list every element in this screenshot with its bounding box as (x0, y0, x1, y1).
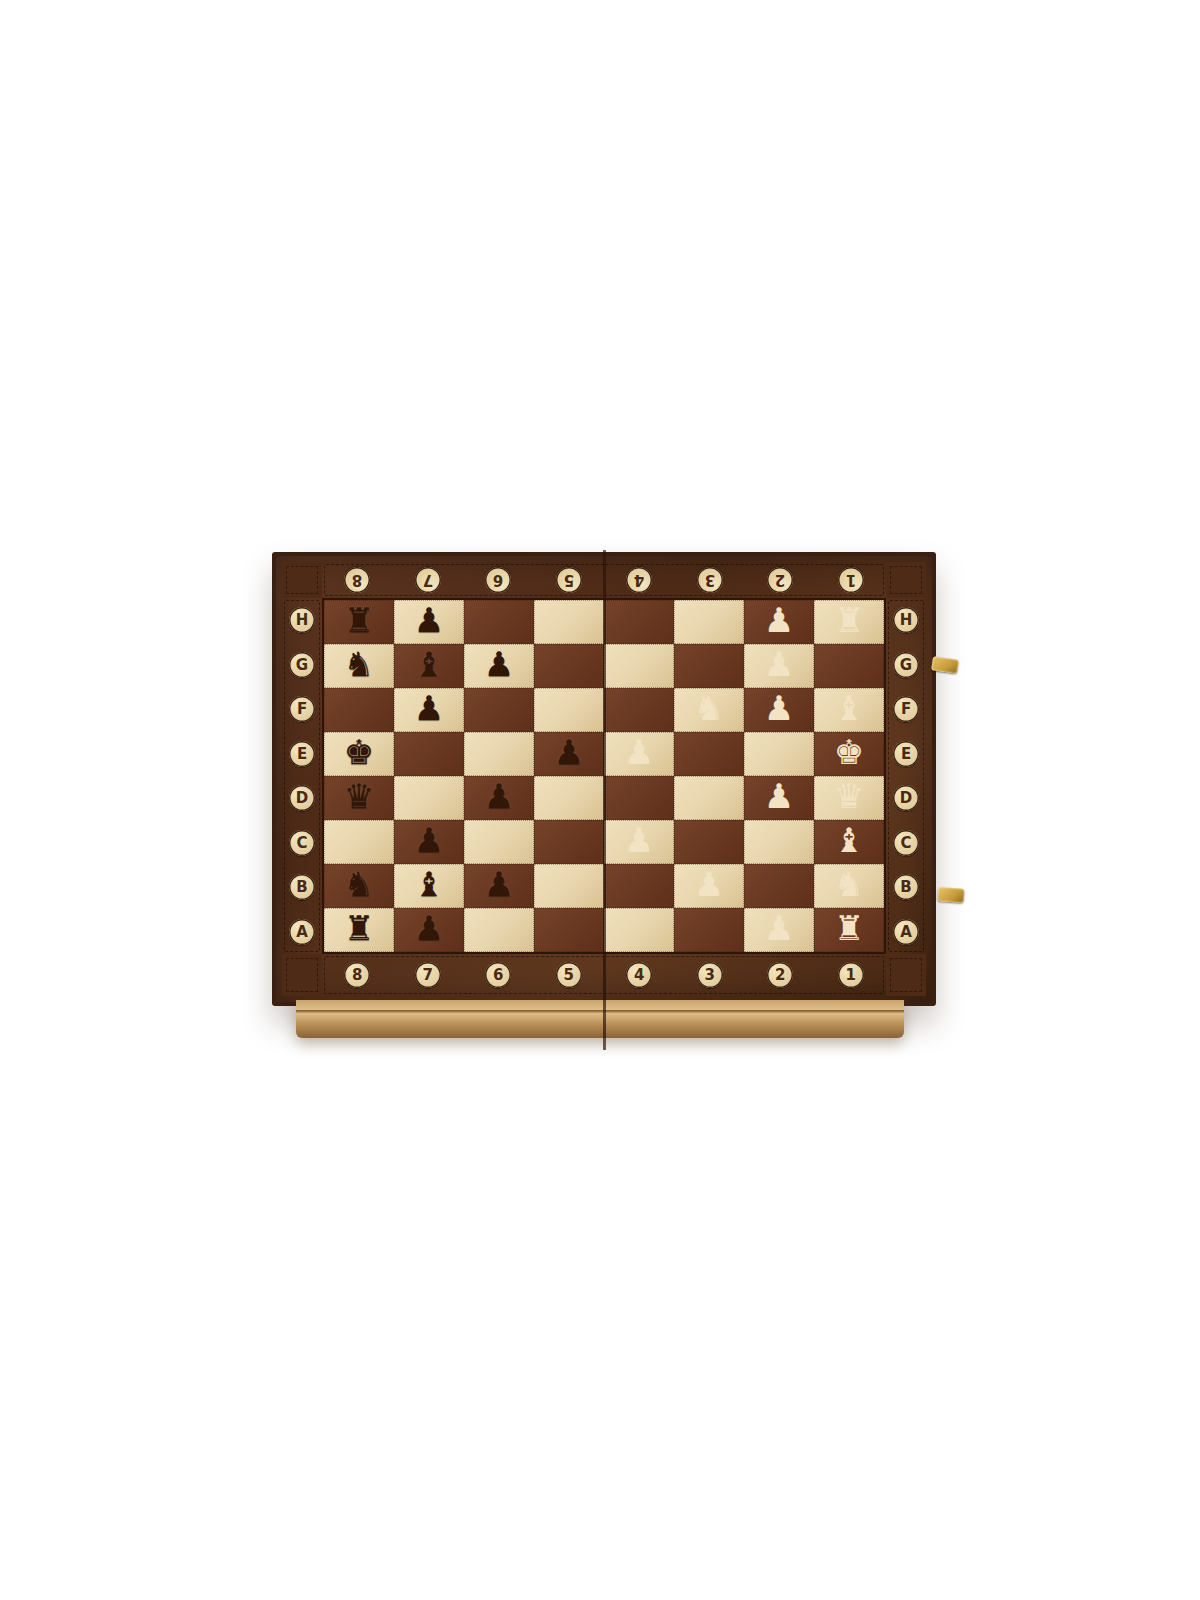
rank-label: 5 (556, 962, 582, 988)
edge-groove (296, 1010, 904, 1013)
square-e1[interactable]: ♚ (814, 732, 884, 776)
square-f3[interactable]: ♞ (674, 688, 744, 732)
square-g2[interactable]: ♟ (744, 644, 814, 688)
square-a8[interactable]: ♜ (324, 908, 394, 952)
white-piece-d2[interactable]: ♟ (764, 779, 794, 813)
white-piece-c1[interactable]: ♝ (834, 823, 864, 857)
square-h2[interactable]: ♟ (744, 600, 814, 644)
square-g3[interactable] (674, 644, 744, 688)
file-label: D (893, 785, 919, 811)
square-a2[interactable]: ♟ (744, 908, 814, 952)
square-b2[interactable] (744, 864, 814, 908)
square-h4[interactable] (604, 600, 674, 644)
rank-label: 7 (415, 567, 441, 593)
product-photo-scene: 87654321 HGFEDCBA ♜♟♟♜♞♝♟♟♟♞♟♝♚♟♟♚♛♟♟♛♟♟… (0, 0, 1200, 1600)
white-piece-e4[interactable]: ♟ (624, 735, 654, 769)
rank-label: 5 (556, 567, 582, 593)
rank-label: 8 (344, 962, 370, 988)
black-piece-g8[interactable]: ♞ (344, 647, 374, 681)
black-piece-a7[interactable]: ♟ (414, 911, 444, 945)
square-e4[interactable]: ♟ (604, 732, 674, 776)
rank-label: 3 (697, 962, 723, 988)
rank-label: 2 (767, 567, 793, 593)
square-e2[interactable] (744, 732, 814, 776)
frame-corner-top-left (282, 562, 322, 598)
black-piece-f7[interactable]: ♟ (414, 691, 444, 725)
white-piece-f2[interactable]: ♟ (764, 691, 794, 725)
square-d7[interactable] (394, 776, 464, 820)
file-label: H (893, 607, 919, 633)
square-d4[interactable] (604, 776, 674, 820)
file-label: E (893, 741, 919, 767)
rank-label: 1 (838, 962, 864, 988)
square-g7[interactable]: ♝ (394, 644, 464, 688)
square-e5[interactable]: ♟ (534, 732, 604, 776)
square-h5[interactable] (534, 600, 604, 644)
file-label: C (289, 830, 315, 856)
file-label: A (289, 919, 315, 945)
frame-corner-bottom-left (282, 954, 322, 996)
file-labels-left: HGFEDCBA (282, 598, 322, 954)
black-piece-e5[interactable]: ♟ (554, 735, 584, 769)
rank-label: 8 (344, 567, 370, 593)
white-piece-d1[interactable]: ♛ (834, 779, 864, 813)
frame-corner-top-right (886, 562, 926, 598)
file-label: G (893, 652, 919, 678)
rank-label: 1 (838, 567, 864, 593)
square-h8[interactable]: ♜ (324, 600, 394, 644)
square-d5[interactable] (534, 776, 604, 820)
square-b3[interactable]: ♟ (674, 864, 744, 908)
square-e6[interactable] (464, 732, 534, 776)
white-piece-b1[interactable]: ♞ (834, 867, 864, 901)
square-b5[interactable] (534, 864, 604, 908)
square-c8[interactable] (324, 820, 394, 864)
square-c1[interactable]: ♝ (814, 820, 884, 864)
square-a4[interactable] (604, 908, 674, 952)
square-f1[interactable]: ♝ (814, 688, 884, 732)
file-label: H (289, 607, 315, 633)
square-g8[interactable]: ♞ (324, 644, 394, 688)
square-h6[interactable] (464, 600, 534, 644)
white-piece-e1[interactable]: ♚ (834, 735, 864, 769)
white-piece-g2[interactable]: ♟ (764, 647, 794, 681)
square-a1[interactable]: ♜ (814, 908, 884, 952)
rank-label: 3 (697, 567, 723, 593)
brass-clasp-lower (938, 887, 965, 903)
black-piece-h8[interactable]: ♜ (344, 603, 374, 637)
file-label: B (893, 874, 919, 900)
black-piece-g7[interactable]: ♝ (414, 647, 444, 681)
square-c3[interactable] (674, 820, 744, 864)
square-d3[interactable] (674, 776, 744, 820)
white-piece-h2[interactable]: ♟ (764, 603, 794, 637)
black-piece-a8[interactable]: ♜ (344, 911, 374, 945)
square-a7[interactable]: ♟ (394, 908, 464, 952)
fold-seam (603, 550, 606, 1050)
white-piece-h1[interactable]: ♜ (834, 603, 864, 637)
file-label: B (289, 874, 315, 900)
square-b4[interactable] (604, 864, 674, 908)
file-label: F (893, 696, 919, 722)
square-c5[interactable] (534, 820, 604, 864)
square-f8[interactable] (324, 688, 394, 732)
file-label: A (893, 919, 919, 945)
file-label: D (289, 785, 315, 811)
file-label: C (893, 830, 919, 856)
square-g4[interactable] (604, 644, 674, 688)
rank-label: 4 (626, 567, 652, 593)
board-edge-strip (296, 1000, 904, 1038)
square-d1[interactable]: ♛ (814, 776, 884, 820)
white-piece-a1[interactable]: ♜ (834, 911, 864, 945)
square-f2[interactable]: ♟ (744, 688, 814, 732)
square-e7[interactable] (394, 732, 464, 776)
black-piece-b7[interactable]: ♝ (414, 867, 444, 901)
rank-label: 6 (485, 567, 511, 593)
rank-label: 2 (767, 962, 793, 988)
rank-label: 6 (485, 962, 511, 988)
rank-label: 7 (415, 962, 441, 988)
square-b8[interactable]: ♞ (324, 864, 394, 908)
square-a6[interactable] (464, 908, 534, 952)
black-piece-g6[interactable]: ♟ (484, 647, 514, 681)
black-piece-d6[interactable]: ♟ (484, 779, 514, 813)
file-labels-right: HGFEDCBA (886, 598, 926, 954)
square-b7[interactable]: ♝ (394, 864, 464, 908)
square-f6[interactable] (464, 688, 534, 732)
black-piece-h7[interactable]: ♟ (414, 603, 444, 637)
black-piece-b8[interactable]: ♞ (344, 867, 374, 901)
square-g6[interactable]: ♟ (464, 644, 534, 688)
frame-corner-bottom-right (886, 954, 926, 996)
rank-label: 4 (626, 962, 652, 988)
black-piece-b6[interactable]: ♟ (484, 867, 514, 901)
white-piece-b3[interactable]: ♟ (694, 867, 724, 901)
black-piece-e8[interactable]: ♚ (344, 735, 374, 769)
black-piece-c7[interactable]: ♟ (414, 823, 444, 857)
white-piece-f1[interactable]: ♝ (834, 691, 864, 725)
black-piece-d8[interactable]: ♛ (344, 779, 374, 813)
file-label: F (289, 696, 315, 722)
square-g1[interactable] (814, 644, 884, 688)
square-g5[interactable] (534, 644, 604, 688)
square-f7[interactable]: ♟ (394, 688, 464, 732)
square-b1[interactable]: ♞ (814, 864, 884, 908)
white-piece-c4[interactable]: ♟ (624, 823, 654, 857)
square-h7[interactable]: ♟ (394, 600, 464, 644)
square-c4[interactable]: ♟ (604, 820, 674, 864)
square-a3[interactable] (674, 908, 744, 952)
square-e3[interactable] (674, 732, 744, 776)
square-c6[interactable] (464, 820, 534, 864)
square-f4[interactable] (604, 688, 674, 732)
square-c7[interactable]: ♟ (394, 820, 464, 864)
square-d8[interactable]: ♛ (324, 776, 394, 820)
white-piece-a2[interactable]: ♟ (764, 911, 794, 945)
square-a5[interactable] (534, 908, 604, 952)
square-c2[interactable] (744, 820, 814, 864)
square-d2[interactable]: ♟ (744, 776, 814, 820)
white-piece-f3[interactable]: ♞ (694, 691, 724, 725)
square-d6[interactable]: ♟ (464, 776, 534, 820)
square-h1[interactable]: ♜ (814, 600, 884, 644)
square-e8[interactable]: ♚ (324, 732, 394, 776)
square-b6[interactable]: ♟ (464, 864, 534, 908)
file-label: E (289, 741, 315, 767)
square-f5[interactable] (534, 688, 604, 732)
file-label: G (289, 652, 315, 678)
square-h3[interactable] (674, 600, 744, 644)
chess-board: 87654321 HGFEDCBA ♜♟♟♜♞♝♟♟♟♞♟♝♚♟♟♚♛♟♟♛♟♟… (272, 552, 936, 1006)
